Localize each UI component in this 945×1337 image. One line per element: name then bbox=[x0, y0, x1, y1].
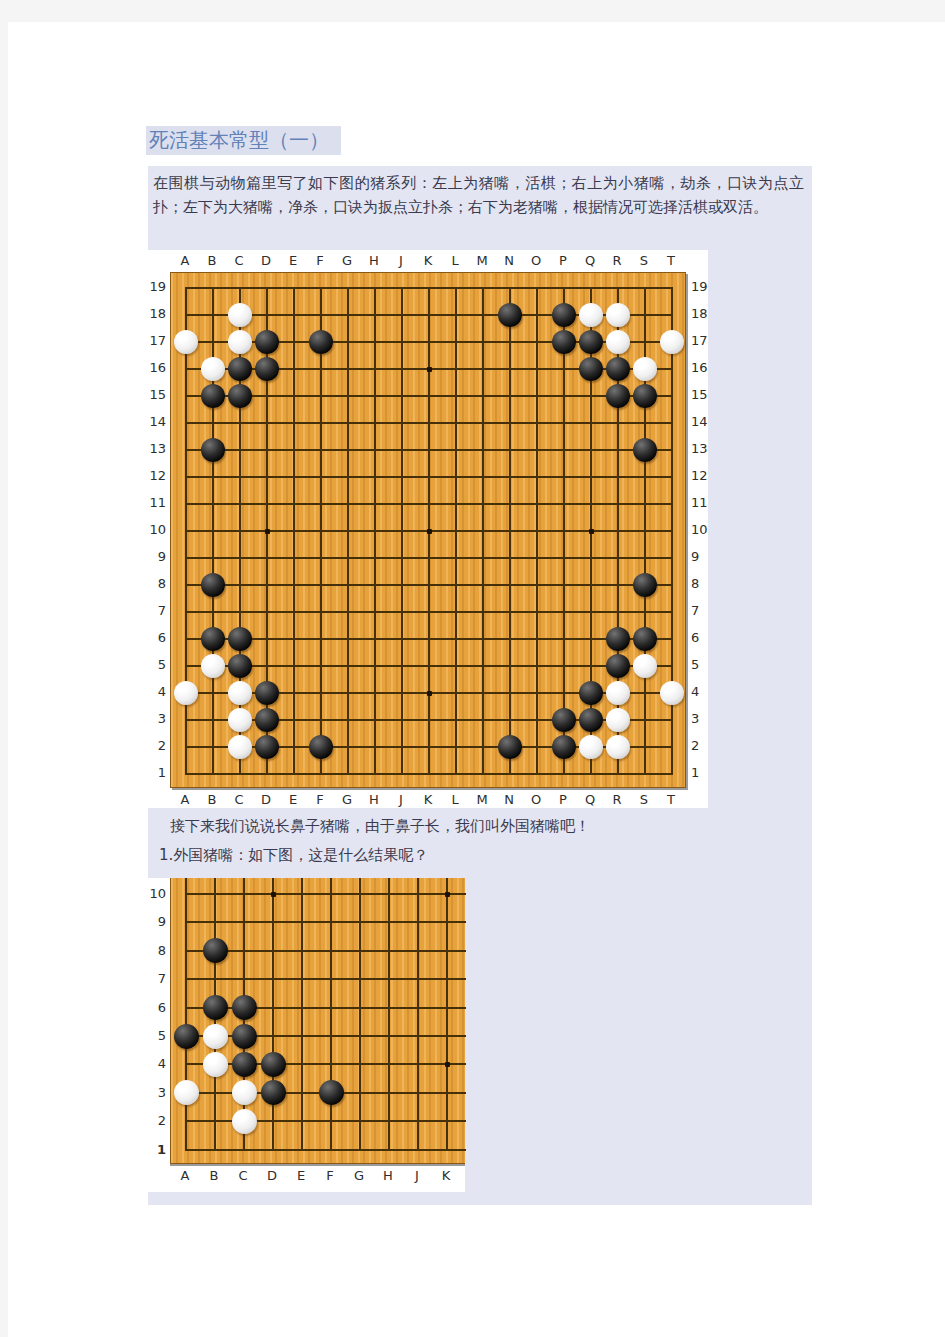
coord-label: P bbox=[553, 253, 573, 269]
coord-label: H bbox=[364, 792, 384, 808]
grid-line bbox=[446, 878, 448, 1151]
black-stone bbox=[309, 735, 333, 759]
grid-line bbox=[301, 878, 303, 1151]
coord-label: E bbox=[283, 253, 303, 269]
grid-line bbox=[185, 395, 673, 397]
black-stone bbox=[552, 708, 576, 732]
coord-label: F bbox=[310, 792, 330, 808]
black-stone bbox=[255, 708, 279, 732]
coord-label: S bbox=[634, 792, 654, 808]
white-stone bbox=[660, 330, 684, 354]
coord-label: G bbox=[349, 1168, 369, 1184]
grid-line bbox=[185, 422, 673, 424]
black-stone bbox=[498, 303, 522, 327]
coord-label: 12 bbox=[691, 468, 709, 484]
grid-line bbox=[185, 1120, 466, 1122]
black-stone bbox=[606, 654, 630, 678]
grid-line bbox=[185, 665, 673, 667]
white-stone bbox=[201, 654, 225, 678]
star-point bbox=[271, 892, 276, 897]
star-point bbox=[445, 892, 450, 897]
coord-label: N bbox=[499, 253, 519, 269]
star-point bbox=[589, 529, 594, 534]
grid-line bbox=[185, 893, 466, 895]
black-stone bbox=[174, 1024, 199, 1049]
star-point bbox=[265, 529, 270, 534]
white-stone bbox=[174, 330, 198, 354]
coord-label: 7 bbox=[691, 603, 709, 619]
coord-label: 8 bbox=[148, 943, 166, 959]
coord-label: 8 bbox=[691, 576, 709, 592]
coord-label: B bbox=[202, 253, 222, 269]
star-point bbox=[427, 367, 432, 372]
white-stone bbox=[232, 1080, 257, 1105]
black-stone bbox=[633, 627, 657, 651]
black-stone bbox=[255, 735, 279, 759]
white-stone bbox=[606, 735, 630, 759]
black-stone bbox=[201, 438, 225, 462]
page-title[interactable]: 死活基本常型（一） bbox=[146, 126, 341, 155]
black-stone bbox=[579, 681, 603, 705]
star-point bbox=[445, 1062, 450, 1067]
coord-label: H bbox=[364, 253, 384, 269]
coord-label: 11 bbox=[148, 495, 166, 511]
grid-line bbox=[185, 773, 673, 775]
grid-line bbox=[359, 878, 361, 1151]
black-stone bbox=[498, 735, 522, 759]
coord-label: 12 bbox=[148, 468, 166, 484]
white-stone bbox=[633, 357, 657, 381]
coord-label: 3 bbox=[148, 1085, 166, 1101]
coord-label: 4 bbox=[691, 684, 709, 700]
coord-label: 5 bbox=[148, 1028, 166, 1044]
coord-label: 10 bbox=[148, 886, 166, 902]
note-line-1: 接下来我们说说长鼻子猪嘴，由于鼻子长，我们叫外国猪嘴吧！ bbox=[148, 815, 590, 838]
coord-label: 10 bbox=[691, 522, 709, 538]
coord-label: D bbox=[256, 792, 276, 808]
coord-label: E bbox=[283, 792, 303, 808]
board-wood bbox=[170, 272, 686, 788]
coord-label: C bbox=[229, 253, 249, 269]
black-stone bbox=[228, 654, 252, 678]
black-stone bbox=[606, 384, 630, 408]
coord-label: 11 bbox=[691, 495, 709, 511]
black-stone bbox=[552, 303, 576, 327]
grid-line bbox=[185, 611, 673, 613]
white-stone bbox=[201, 357, 225, 381]
coord-label: F bbox=[320, 1168, 340, 1184]
coord-label: C bbox=[229, 792, 249, 808]
coord-label: A bbox=[175, 792, 195, 808]
black-stone bbox=[201, 627, 225, 651]
black-stone bbox=[255, 357, 279, 381]
coord-label: N bbox=[499, 792, 519, 808]
content-area: 死活基本常型（一） 在围棋与动物篇里写了如下图的猪系列：左上为猪嘴，活棋；右上为… bbox=[8, 22, 945, 1337]
coord-label: 15 bbox=[691, 387, 709, 403]
coord-label: 18 bbox=[148, 306, 166, 322]
black-stone bbox=[319, 1080, 344, 1105]
coord-label: 5 bbox=[691, 657, 709, 673]
coord-label: 6 bbox=[148, 630, 166, 646]
coord-label: 17 bbox=[148, 333, 166, 349]
black-stone bbox=[606, 357, 630, 381]
coord-label: 3 bbox=[691, 711, 709, 727]
coord-label: 2 bbox=[691, 738, 709, 754]
coord-label: S bbox=[634, 253, 654, 269]
black-stone bbox=[232, 1052, 257, 1077]
white-stone bbox=[606, 681, 630, 705]
black-stone bbox=[633, 438, 657, 462]
white-stone bbox=[606, 708, 630, 732]
black-stone bbox=[606, 627, 630, 651]
white-stone bbox=[174, 681, 198, 705]
coord-label: 14 bbox=[691, 414, 709, 430]
black-stone bbox=[552, 330, 576, 354]
intro-paragraph: 在围棋与动物篇里写了如下图的猪系列：左上为猪嘴，活棋；右上为小猪嘴，劫杀，口诀为… bbox=[148, 166, 812, 225]
white-stone bbox=[228, 708, 252, 732]
coord-label: 4 bbox=[148, 684, 166, 700]
coord-label: 16 bbox=[691, 360, 709, 376]
coord-label: 16 bbox=[148, 360, 166, 376]
white-stone bbox=[232, 1109, 257, 1134]
coord-label: 6 bbox=[148, 1000, 166, 1016]
white-stone bbox=[228, 735, 252, 759]
main-go-board: AABBCCDDEEFFGGHHJJKKLLMMNNOOPPQQRRSSTT19… bbox=[148, 250, 708, 808]
coord-label: A bbox=[175, 1168, 195, 1184]
coord-label: T bbox=[661, 792, 681, 808]
coord-label: 9 bbox=[148, 549, 166, 565]
coord-label: 4 bbox=[148, 1056, 166, 1072]
coord-label: 13 bbox=[148, 441, 166, 457]
coord-label: M bbox=[472, 792, 492, 808]
coord-label: G bbox=[337, 792, 357, 808]
coord-label: 9 bbox=[148, 914, 166, 930]
coord-label: M bbox=[472, 253, 492, 269]
grid-line bbox=[185, 287, 673, 289]
black-stone bbox=[232, 1024, 257, 1049]
coord-label: 10 bbox=[148, 522, 166, 538]
black-stone bbox=[255, 330, 279, 354]
white-stone bbox=[579, 735, 603, 759]
coord-label: 3 bbox=[148, 711, 166, 727]
coord-label: 1 bbox=[691, 765, 709, 781]
grid-line bbox=[185, 921, 466, 923]
black-stone bbox=[261, 1052, 286, 1077]
coord-label: 7 bbox=[148, 603, 166, 619]
coord-label: 2 bbox=[148, 1113, 166, 1129]
white-stone bbox=[579, 303, 603, 327]
black-stone bbox=[261, 1080, 286, 1105]
coord-label: R bbox=[607, 792, 627, 808]
black-stone bbox=[203, 995, 228, 1020]
grid-line bbox=[185, 638, 673, 640]
grid-line bbox=[185, 476, 673, 478]
grid-line bbox=[185, 1149, 466, 1151]
grid-line bbox=[388, 878, 390, 1151]
coord-label: O bbox=[526, 792, 546, 808]
grid-line bbox=[185, 557, 673, 559]
coord-label: R bbox=[607, 253, 627, 269]
coord-label: T bbox=[661, 253, 681, 269]
black-stone bbox=[579, 330, 603, 354]
white-stone bbox=[228, 330, 252, 354]
coord-label: K bbox=[418, 792, 438, 808]
black-stone bbox=[633, 384, 657, 408]
grid-line bbox=[185, 878, 187, 1151]
black-stone bbox=[552, 735, 576, 759]
coord-label: 19 bbox=[148, 279, 166, 295]
diagram-go-board: ABCDEFGHJK10987654321 bbox=[148, 878, 465, 1192]
grid-line bbox=[330, 878, 332, 1151]
note-line-2: 1.外国猪嘴：如下图，这是什么结果呢？ bbox=[148, 844, 428, 867]
coord-label: F bbox=[310, 253, 330, 269]
grid-line bbox=[185, 584, 673, 586]
coord-label: 18 bbox=[691, 306, 709, 322]
black-stone bbox=[228, 357, 252, 381]
coord-label: 17 bbox=[691, 333, 709, 349]
coord-label: L bbox=[445, 253, 465, 269]
white-stone bbox=[660, 681, 684, 705]
article-section: 在围棋与动物篇里写了如下图的猪系列：左上为猪嘴，活棋；右上为小猪嘴，劫杀，口诀为… bbox=[148, 166, 812, 1205]
coord-label: 1 bbox=[148, 765, 166, 781]
coord-label: B bbox=[204, 1168, 224, 1184]
white-stone bbox=[606, 330, 630, 354]
black-stone bbox=[579, 357, 603, 381]
coord-label: K bbox=[436, 1168, 456, 1184]
board-wood bbox=[170, 878, 465, 1164]
white-stone bbox=[203, 1024, 228, 1049]
white-stone bbox=[203, 1052, 228, 1077]
star-point bbox=[427, 691, 432, 696]
coord-label: G bbox=[337, 253, 357, 269]
coord-label: D bbox=[256, 253, 276, 269]
coord-label: 14 bbox=[148, 414, 166, 430]
page: 死活基本常型（一） 在围棋与动物篇里写了如下图的猪系列：左上为猪嘴，活棋；右上为… bbox=[0, 0, 945, 1337]
grid-line bbox=[272, 878, 274, 1151]
black-stone bbox=[201, 384, 225, 408]
coord-label: K bbox=[418, 253, 438, 269]
coord-label: 8 bbox=[148, 576, 166, 592]
black-stone bbox=[309, 330, 333, 354]
white-stone bbox=[174, 1080, 199, 1105]
coord-label: Q bbox=[580, 792, 600, 808]
white-stone bbox=[228, 681, 252, 705]
coord-label: J bbox=[391, 253, 411, 269]
black-stone bbox=[255, 681, 279, 705]
black-stone bbox=[201, 573, 225, 597]
coord-label: 7 bbox=[148, 971, 166, 987]
coord-label: A bbox=[175, 253, 195, 269]
coord-label: 6 bbox=[691, 630, 709, 646]
black-stone bbox=[232, 995, 257, 1020]
coord-label: 15 bbox=[148, 387, 166, 403]
coord-label: L bbox=[445, 792, 465, 808]
coord-label: 19 bbox=[691, 279, 709, 295]
coord-label: J bbox=[391, 792, 411, 808]
grid-line bbox=[185, 449, 673, 451]
coord-label: 5 bbox=[148, 657, 166, 673]
coord-label: 13 bbox=[691, 441, 709, 457]
grid-line bbox=[417, 878, 419, 1151]
coord-label: H bbox=[378, 1168, 398, 1184]
coord-label: O bbox=[526, 253, 546, 269]
white-stone bbox=[228, 303, 252, 327]
coord-label: P bbox=[553, 792, 573, 808]
coord-label: 1 bbox=[148, 1142, 166, 1158]
black-stone bbox=[633, 573, 657, 597]
coord-label: Q bbox=[580, 253, 600, 269]
grid-line bbox=[185, 978, 466, 980]
black-stone bbox=[203, 938, 228, 963]
white-stone bbox=[633, 654, 657, 678]
black-stone bbox=[228, 627, 252, 651]
black-stone bbox=[579, 708, 603, 732]
star-point bbox=[427, 529, 432, 534]
white-stone bbox=[606, 303, 630, 327]
coord-label: J bbox=[407, 1168, 427, 1184]
coord-label: 9 bbox=[691, 549, 709, 565]
grid-line bbox=[185, 503, 673, 505]
coord-label: C bbox=[233, 1168, 253, 1184]
coord-label: 2 bbox=[148, 738, 166, 754]
black-stone bbox=[228, 384, 252, 408]
coord-label: B bbox=[202, 792, 222, 808]
coord-label: D bbox=[262, 1168, 282, 1184]
coord-label: E bbox=[291, 1168, 311, 1184]
